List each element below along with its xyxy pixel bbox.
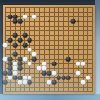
board-intersection[interactable]	[90, 89, 95, 94]
photo-frame	[0, 0, 100, 100]
go-board	[3, 5, 95, 94]
background-right-strip	[95, 0, 100, 100]
background-bottom-strip	[0, 94, 100, 100]
